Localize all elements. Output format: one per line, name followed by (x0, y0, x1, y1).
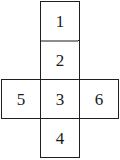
net-cell-face-4: 4 (40, 118, 80, 158)
net-cell-face-2: 2 (40, 40, 80, 80)
net-cell-face-1: 1 (40, 1, 80, 41)
net-cell-face-6: 6 (79, 79, 119, 119)
net-cell-face-5: 5 (1, 79, 41, 119)
cube-net-board: 1 2 5 3 6 4 (0, 0, 120, 160)
net-cell-face-3: 3 (40, 79, 80, 119)
fold-line (41, 40, 78, 42)
